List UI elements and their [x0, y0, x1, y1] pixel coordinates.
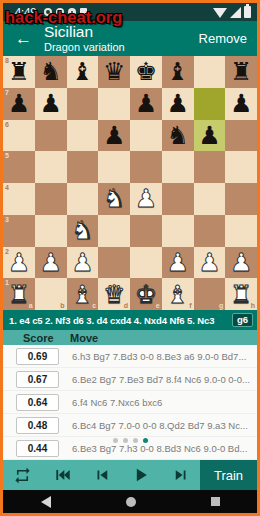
- pager-dot[interactable]: [143, 438, 148, 443]
- move-column-header: Move: [70, 332, 98, 344]
- black-pawn-piece: ♟: [198, 123, 220, 148]
- square-b7[interactable]: ♟: [35, 88, 67, 120]
- square-h1[interactable]: h♜: [225, 278, 257, 310]
- white-bishop-piece: ♝: [71, 282, 93, 307]
- row-moves[interactable]: 6.h3 Bg7 7.Bd3 0-0 8.Be3 a6 9.0-0 Bd7...: [72, 351, 257, 362]
- page-subtitle: Dragon variation: [44, 41, 125, 54]
- white-pawn-piece: ♟: [39, 250, 61, 275]
- move-strip[interactable]: 1. e4 c5 2. Nf3 d6 3. d4 cxd4 4. Nxd4 Nf…: [3, 310, 257, 330]
- square-f8[interactable]: ♝: [162, 56, 194, 88]
- row-moves[interactable]: 6.Bc4 Bg7 7.0-0 0-0 8.Qd2 Bd7 9.a3 Nc...: [72, 420, 257, 431]
- square-h6[interactable]: [225, 120, 257, 152]
- square-c1[interactable]: c♝: [67, 278, 99, 310]
- square-g8[interactable]: [194, 56, 226, 88]
- file-label: b: [60, 302, 64, 309]
- rank-label: 3: [5, 216, 9, 223]
- square-b3[interactable]: [35, 215, 67, 247]
- step-back-button[interactable]: [93, 466, 111, 484]
- repeat-button[interactable]: [13, 466, 32, 485]
- pager-dot[interactable]: [123, 438, 128, 443]
- playback-buttons: [3, 460, 200, 490]
- white-knight-piece: ♞: [71, 218, 93, 243]
- skip-to-start-icon: [53, 465, 73, 485]
- row-moves[interactable]: 6.f4 Nc6 7.Nxc6 bxc6: [72, 397, 257, 408]
- square-h5[interactable]: [225, 151, 257, 183]
- square-e5[interactable]: [130, 151, 162, 183]
- black-pawn-piece: ♟: [103, 123, 125, 148]
- file-label: f: [189, 302, 191, 309]
- square-c4[interactable]: [67, 183, 99, 215]
- play-button[interactable]: [131, 465, 151, 485]
- square-e1[interactable]: e♚: [130, 278, 162, 310]
- white-pawn-piece: ♟: [8, 250, 30, 275]
- square-a6[interactable]: 6: [3, 120, 35, 152]
- square-b5[interactable]: [35, 151, 67, 183]
- play-icon: [131, 465, 151, 485]
- square-g4[interactable]: [194, 183, 226, 215]
- file-label: e: [156, 302, 160, 309]
- white-rook-piece: ♜: [8, 282, 30, 307]
- square-g1[interactable]: g: [194, 278, 226, 310]
- title-block: Sicilian Dragon variation: [44, 23, 125, 53]
- move-sequence[interactable]: 1. e4 c5 2. Nf3 d6 3. d4 cxd4 4. Nxd4 Nf…: [9, 315, 230, 326]
- playback-toolbar: Train: [3, 460, 257, 490]
- watermark: hack-cheat.org: [5, 8, 122, 27]
- step-forward-icon: [172, 466, 190, 484]
- nav-back-icon[interactable]: [41, 496, 51, 508]
- square-g5[interactable]: [194, 151, 226, 183]
- square-d8[interactable]: ♛: [98, 56, 130, 88]
- square-a2[interactable]: 2♟: [3, 247, 35, 279]
- app-screen: 4:49 hack-cheat.org ← Sicilian Dragon va…: [0, 0, 260, 516]
- file-label: g: [219, 302, 223, 309]
- square-g3[interactable]: [194, 215, 226, 247]
- square-d3[interactable]: [98, 215, 130, 247]
- square-a3[interactable]: 3: [3, 215, 35, 247]
- rank-label: 4: [5, 184, 9, 191]
- square-g2[interactable]: ♟: [194, 247, 226, 279]
- square-c8[interactable]: ♝: [67, 56, 99, 88]
- row-moves[interactable]: 6.Be3 Bg7 7.h3 0-0 8.Bd3 Nc6 9.0-0 Bd...: [72, 443, 257, 454]
- square-d7[interactable]: [98, 88, 130, 120]
- battery-icon: [244, 6, 251, 18]
- repeat-icon: [13, 466, 32, 485]
- square-e3[interactable]: [130, 215, 162, 247]
- white-pawn-piece: ♟: [135, 186, 157, 211]
- results-header: Score Move: [3, 330, 257, 345]
- white-pawn-piece: ♟: [230, 250, 252, 275]
- file-label: c: [92, 302, 96, 309]
- square-b4[interactable]: [35, 183, 67, 215]
- nav-recents-icon[interactable]: [211, 497, 220, 506]
- score-badge[interactable]: 0.69: [16, 348, 59, 365]
- square-f2[interactable]: ♟: [162, 247, 194, 279]
- pager-dot[interactable]: [113, 438, 118, 443]
- white-knight-piece: ♞: [103, 186, 125, 211]
- nav-home-icon[interactable]: [126, 497, 136, 507]
- black-pawn-piece: ♟: [230, 91, 252, 116]
- square-h3[interactable]: [225, 215, 257, 247]
- skip-to-start-button[interactable]: [53, 465, 73, 485]
- table-row[interactable]: 0.646.f4 Nc6 7.Nxc6 bxc6: [3, 391, 257, 414]
- square-b2[interactable]: ♟: [35, 247, 67, 279]
- square-h7[interactable]: ♟: [225, 88, 257, 120]
- cell-signal-icon: [230, 7, 241, 18]
- white-pawn-piece: ♟: [71, 250, 93, 275]
- square-a7[interactable]: 7♟: [3, 88, 35, 120]
- black-pawn-piece: ♟: [166, 91, 188, 116]
- file-label: a: [29, 302, 33, 309]
- file-label: d: [124, 302, 128, 309]
- black-king-piece: ♚: [135, 59, 157, 84]
- white-bishop-piece: ♝: [166, 282, 188, 307]
- current-move-chip[interactable]: g6: [232, 313, 253, 327]
- square-a1[interactable]: 1a♜: [3, 278, 35, 310]
- chess-board[interactable]: 8♜♞♝♛♚♝♜7♟♟♟♟♟6♟♞♟54♞♟3♞2♟♟♟♟♟♟1a♜bc♝d♛e…: [3, 56, 257, 310]
- square-e6[interactable]: [130, 120, 162, 152]
- pager-dot[interactable]: [133, 438, 138, 443]
- square-d6[interactable]: ♟: [98, 120, 130, 152]
- square-f5[interactable]: [162, 151, 194, 183]
- train-button[interactable]: Train: [200, 460, 257, 490]
- square-h2[interactable]: ♟: [225, 247, 257, 279]
- square-h8[interactable]: ♜: [225, 56, 257, 88]
- square-e7[interactable]: ♟: [130, 88, 162, 120]
- square-h4[interactable]: [225, 183, 257, 215]
- square-f7[interactable]: ♟: [162, 88, 194, 120]
- black-pawn-piece: ♟: [135, 91, 157, 116]
- square-c2[interactable]: ♟: [67, 247, 99, 279]
- android-nav-bar: [3, 490, 257, 513]
- square-a8[interactable]: 8♜: [3, 56, 35, 88]
- square-c3[interactable]: ♞: [67, 215, 99, 247]
- square-g7[interactable]: [194, 88, 226, 120]
- black-pawn-piece: ♟: [39, 91, 61, 116]
- square-d4[interactable]: ♞: [98, 183, 130, 215]
- square-d5[interactable]: [98, 151, 130, 183]
- square-g6[interactable]: ♟: [194, 120, 226, 152]
- black-queen-piece: ♛: [103, 59, 125, 84]
- black-rook-piece: ♜: [230, 59, 252, 84]
- square-b1[interactable]: b: [35, 278, 67, 310]
- square-d1[interactable]: d♛: [98, 278, 130, 310]
- square-f1[interactable]: f♝: [162, 278, 194, 310]
- system-status-icons: [213, 6, 251, 18]
- white-king-piece: ♚: [135, 282, 157, 307]
- rank-label: 5: [5, 152, 9, 159]
- square-e8[interactable]: ♚: [130, 56, 162, 88]
- black-bishop-piece: ♝: [166, 59, 188, 84]
- square-b8[interactable]: ♞: [35, 56, 67, 88]
- black-pawn-piece: ♟: [8, 91, 30, 116]
- square-d2[interactable]: [98, 247, 130, 279]
- square-a4[interactable]: 4: [3, 183, 35, 215]
- remove-button[interactable]: Remove: [199, 31, 247, 46]
- table-row[interactable]: 0.486.Bc4 Bg7 7.0-0 0-0 8.Qd2 Bd7 9.a3 N…: [3, 414, 257, 437]
- rank-label: 7: [5, 89, 9, 96]
- square-f4[interactable]: [162, 183, 194, 215]
- square-f6[interactable]: ♞: [162, 120, 194, 152]
- black-knight-piece: ♞: [39, 59, 61, 84]
- square-b6[interactable]: [35, 120, 67, 152]
- square-f3[interactable]: [162, 215, 194, 247]
- row-moves[interactable]: 6.Be2 Bg7 7.Be3 Bd7 8.f4 Nc6 9.0-0 0-0..…: [72, 374, 257, 385]
- back-arrow-icon[interactable]: ←: [15, 30, 32, 47]
- white-pawn-piece: ♟: [198, 250, 220, 275]
- black-bishop-piece: ♝: [71, 59, 93, 84]
- rank-label: 6: [5, 121, 9, 128]
- file-label: h: [251, 302, 255, 309]
- pager-dots[interactable]: [3, 438, 257, 443]
- square-c6[interactable]: [67, 120, 99, 152]
- wifi-icon: [213, 8, 227, 18]
- square-e2[interactable]: [130, 247, 162, 279]
- score-badge[interactable]: 0.67: [16, 371, 59, 388]
- square-e4[interactable]: ♟: [130, 183, 162, 215]
- white-pawn-piece: ♟: [166, 250, 188, 275]
- step-back-icon: [93, 466, 111, 484]
- score-column-header: Score: [23, 332, 70, 344]
- rank-label: 2: [5, 248, 9, 255]
- score-badge[interactable]: 0.64: [16, 394, 59, 411]
- square-a5[interactable]: 5: [3, 151, 35, 183]
- white-queen-piece: ♛: [103, 282, 125, 307]
- table-row[interactable]: 0.676.Be2 Bg7 7.Be3 Bd7 8.f4 Nc6 9.0-0 0…: [3, 368, 257, 391]
- table-row[interactable]: 0.696.h3 Bg7 7.Bd3 0-0 8.Be3 a6 9.0-0 Bd…: [3, 345, 257, 368]
- square-c5[interactable]: [67, 151, 99, 183]
- rank-label: 1: [5, 279, 9, 286]
- black-rook-piece: ♜: [8, 59, 30, 84]
- step-forward-button[interactable]: [172, 466, 190, 484]
- rank-label: 8: [5, 57, 9, 64]
- black-knight-piece: ♞: [166, 123, 188, 148]
- score-badge[interactable]: 0.48: [16, 417, 59, 434]
- square-c7[interactable]: [67, 88, 99, 120]
- white-rook-piece: ♜: [230, 282, 252, 307]
- results-table: 0.696.h3 Bg7 7.Bd3 0-0 8.Be3 a6 9.0-0 Bd…: [3, 345, 257, 460]
